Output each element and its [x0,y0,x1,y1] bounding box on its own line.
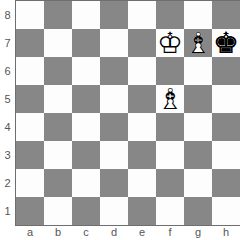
square-d4[interactable] [100,113,128,141]
square-f5[interactable]: ♝♗ [156,85,184,113]
square-c6[interactable] [72,57,100,85]
square-g5[interactable] [184,85,212,113]
square-g3[interactable] [184,141,212,169]
square-d3[interactable] [100,141,128,169]
square-c2[interactable] [72,169,100,197]
square-f6[interactable] [156,57,184,85]
square-e7[interactable] [128,29,156,57]
square-f1[interactable] [156,197,184,225]
square-a2[interactable] [16,169,44,197]
square-d1[interactable] [100,197,128,225]
square-f4[interactable] [156,113,184,141]
black-king[interactable]: ♚♚ [212,29,240,57]
square-a7[interactable] [16,29,44,57]
file-label-c: c [72,225,100,240]
rank-label-5: 5 [0,85,15,113]
rank-labels: 87654321 [0,1,15,225]
square-e3[interactable] [128,141,156,169]
square-g4[interactable] [184,113,212,141]
square-d5[interactable] [100,85,128,113]
square-h7[interactable]: ♚♚ [212,29,240,57]
square-h1[interactable] [212,197,240,225]
square-d2[interactable] [100,169,128,197]
square-b8[interactable] [44,1,72,29]
square-e1[interactable] [128,197,156,225]
file-label-d: d [100,225,128,240]
square-e8[interactable] [128,1,156,29]
square-g6[interactable] [184,57,212,85]
white-bishop[interactable]: ♝♗ [156,85,184,113]
square-c3[interactable] [72,141,100,169]
rank-label-2: 2 [0,169,15,197]
white-king[interactable]: ♚♔ [156,29,184,57]
square-h6[interactable] [212,57,240,85]
square-f3[interactable] [156,141,184,169]
white-bishop-outline-glyph: ♗ [184,29,212,57]
square-c4[interactable] [72,113,100,141]
file-label-f: f [156,225,184,240]
square-e2[interactable] [128,169,156,197]
rank-label-8: 8 [0,1,15,29]
square-a4[interactable] [16,113,44,141]
square-g7[interactable]: ♝♗ [184,29,212,57]
file-label-b: b [44,225,72,240]
square-a1[interactable] [16,197,44,225]
square-d7[interactable] [100,29,128,57]
square-c7[interactable] [72,29,100,57]
white-king-outline-glyph: ♔ [156,29,184,57]
square-f2[interactable] [156,169,184,197]
square-c5[interactable] [72,85,100,113]
rank-label-4: 4 [0,113,15,141]
square-a5[interactable] [16,85,44,113]
square-b3[interactable] [44,141,72,169]
square-a8[interactable] [16,1,44,29]
square-c1[interactable] [72,197,100,225]
white-bishop-outline-glyph: ♗ [156,85,184,113]
square-g8[interactable] [184,1,212,29]
rank-label-7: 7 [0,29,15,57]
square-d8[interactable] [100,1,128,29]
square-h2[interactable] [212,169,240,197]
rank-label-1: 1 [0,197,15,225]
square-b1[interactable] [44,197,72,225]
square-b7[interactable] [44,29,72,57]
black-king-outline-glyph: ♚ [212,29,240,57]
file-label-e: e [128,225,156,240]
file-label-a: a [16,225,44,240]
square-g1[interactable] [184,197,212,225]
chess-diagram: 87654321 ♚♔♝♗♚♚♝♗ abcdefgh [0,0,240,240]
square-f8[interactable] [156,1,184,29]
file-labels: abcdefgh [16,225,240,240]
square-a6[interactable] [16,57,44,85]
file-label-g: g [184,225,212,240]
board-frame: ♚♔♝♗♚♚♝♗ [15,0,240,226]
square-b5[interactable] [44,85,72,113]
square-b4[interactable] [44,113,72,141]
rank-label-3: 3 [0,141,15,169]
square-b6[interactable] [44,57,72,85]
file-label-h: h [212,225,240,240]
square-g2[interactable] [184,169,212,197]
square-c8[interactable] [72,1,100,29]
square-e6[interactable] [128,57,156,85]
square-h3[interactable] [212,141,240,169]
square-a3[interactable] [16,141,44,169]
square-h5[interactable] [212,85,240,113]
square-d6[interactable] [100,57,128,85]
square-f7[interactable]: ♚♔ [156,29,184,57]
square-h8[interactable] [212,1,240,29]
square-e5[interactable] [128,85,156,113]
rank-label-6: 6 [0,57,15,85]
chess-board: ♚♔♝♗♚♚♝♗ [16,1,240,225]
square-h4[interactable] [212,113,240,141]
white-bishop[interactable]: ♝♗ [184,29,212,57]
square-b2[interactable] [44,169,72,197]
square-e4[interactable] [128,113,156,141]
